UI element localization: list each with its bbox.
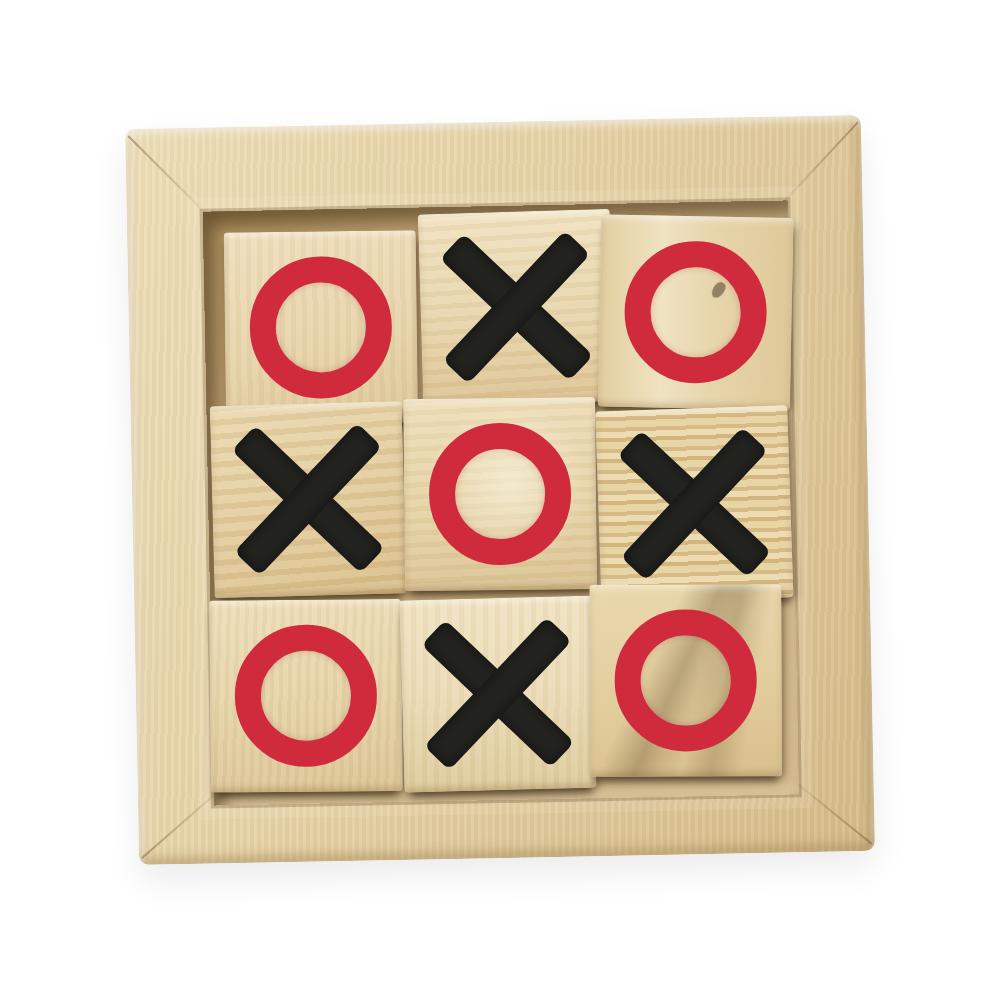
o-mark bbox=[234, 624, 377, 767]
o-mark bbox=[614, 609, 756, 751]
wooden-tray bbox=[125, 115, 875, 865]
block-r0c2[interactable] bbox=[598, 214, 794, 410]
miter-seam-top-right bbox=[777, 121, 859, 209]
x-mark bbox=[230, 422, 386, 578]
board-grid bbox=[203, 200, 799, 805]
block-r1c0[interactable] bbox=[210, 401, 407, 598]
o-mark bbox=[249, 256, 393, 400]
x-mark bbox=[616, 426, 773, 583]
o-mark bbox=[623, 240, 768, 385]
block-r0c0[interactable] bbox=[224, 230, 418, 424]
o-mark bbox=[428, 422, 571, 565]
x-mark bbox=[438, 229, 594, 385]
block-r2c1[interactable] bbox=[399, 596, 596, 793]
block-r1c1[interactable] bbox=[403, 397, 597, 591]
miter-seam-top-left bbox=[127, 135, 212, 220]
photo-scene bbox=[0, 0, 1000, 1000]
block-r0c1[interactable] bbox=[418, 209, 616, 407]
block-r2c2[interactable] bbox=[589, 584, 782, 777]
block-r1c2[interactable] bbox=[595, 405, 793, 603]
block-r2c0[interactable] bbox=[209, 599, 403, 793]
x-mark bbox=[420, 616, 576, 772]
